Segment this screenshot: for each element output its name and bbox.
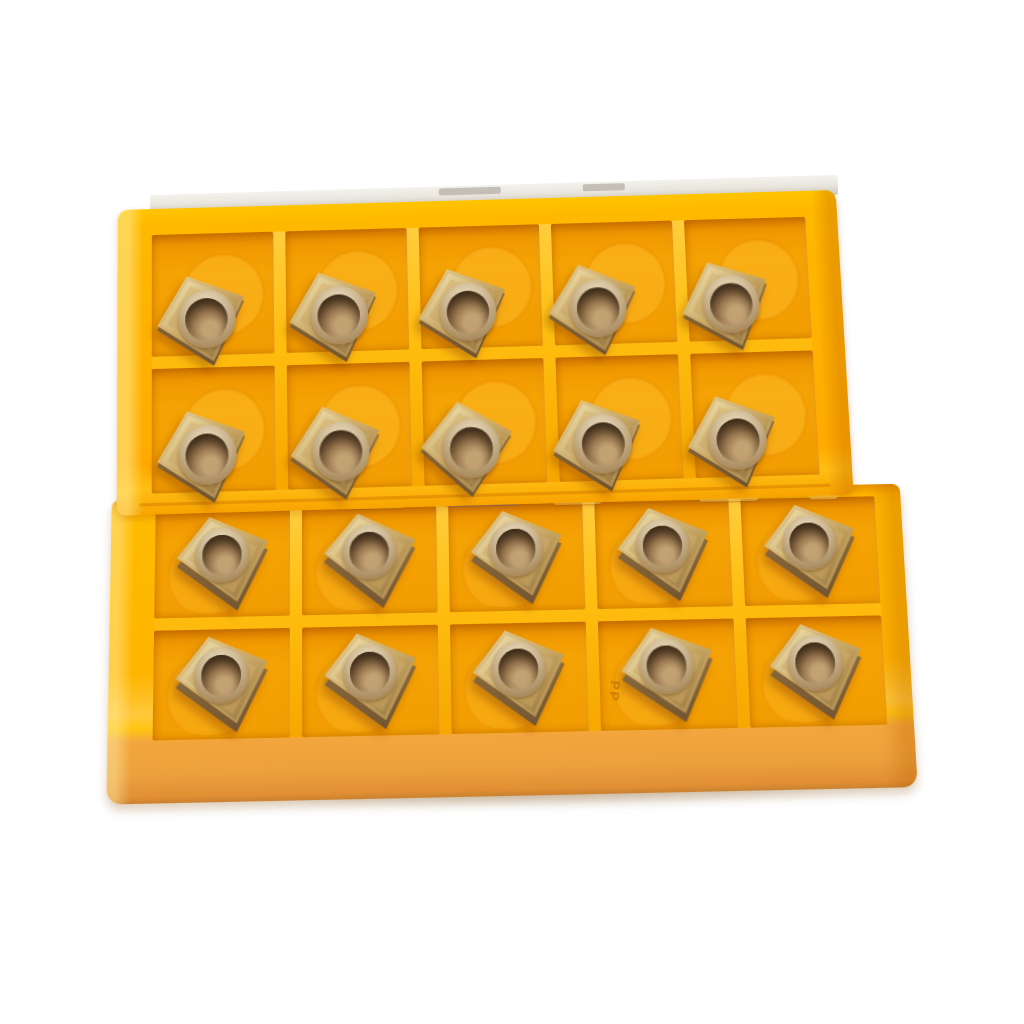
tray-compartment: [153, 628, 290, 741]
insert-bore: [577, 287, 620, 330]
insert-bore: [447, 424, 495, 473]
tray-compartment: [421, 358, 548, 486]
insert-bore: [349, 532, 390, 573]
insert-bore: [319, 430, 363, 475]
tray-compartment: [152, 232, 274, 357]
tray-compartment: [152, 366, 276, 494]
insert-bore: [201, 655, 242, 697]
carbide-insert: [766, 621, 867, 722]
material-marking: PP: [606, 680, 623, 704]
tray-compartment: [418, 224, 543, 349]
insert-bore: [498, 649, 539, 691]
carbide-insert: [289, 405, 380, 497]
carbide-insert: [617, 622, 719, 726]
carbide-insert: [470, 627, 568, 728]
carbide-insert: [321, 511, 418, 609]
insert-bore: [642, 526, 683, 567]
tray-compartment: [594, 499, 733, 609]
insert-bore: [446, 290, 490, 334]
scene: PP: [0, 0, 1024, 1024]
carbide-insert: [157, 409, 245, 501]
tray-compartment: [450, 622, 589, 734]
carbide-insert: [322, 630, 419, 731]
carbide-insert: [548, 264, 635, 352]
tray-compartment: [684, 217, 812, 342]
tray-compartment: [740, 496, 880, 606]
insert-bore: [645, 645, 688, 688]
insert-bore: [186, 433, 229, 478]
tray-compartment: [154, 508, 290, 618]
carbide-insert: [614, 505, 712, 604]
carbide-insert: [468, 508, 565, 607]
tray-top: [117, 190, 854, 516]
carbide-insert: [677, 257, 772, 351]
carbide-insert: [175, 514, 270, 613]
carbide-insert: [761, 502, 860, 601]
carbide-insert: [686, 394, 778, 486]
tray-compartment: [302, 505, 438, 615]
insert-hole: [310, 286, 368, 345]
insert-bore: [715, 418, 760, 463]
insert-hole: [439, 282, 498, 341]
carbide-insert: [289, 270, 377, 360]
tray-compartment: [287, 362, 412, 490]
lid-spine-segment: [439, 187, 501, 196]
insert-bore: [581, 422, 626, 467]
insert-bore: [350, 652, 391, 694]
insert-bore: [495, 529, 536, 570]
tray-compartment: [302, 625, 439, 738]
tray-compartment: [598, 618, 738, 730]
lid-spine-segment: [583, 183, 624, 191]
insert-bore: [186, 297, 229, 341]
insert-bore: [317, 294, 360, 338]
tray-compartment: [746, 615, 888, 727]
carbide-insert: [416, 397, 515, 497]
insert-bore: [788, 523, 830, 564]
insert-hole: [178, 425, 236, 486]
tray-grid: [152, 217, 820, 494]
insert-hole: [178, 290, 236, 349]
insert-hole: [569, 280, 626, 338]
tray-compartment: [448, 502, 585, 612]
tray-compartment: [551, 221, 677, 346]
tray-compartment: [690, 350, 819, 478]
tray-compartment: [285, 228, 409, 353]
carbide-insert: [552, 398, 643, 490]
insert-hole: [311, 422, 371, 483]
carbide-insert: [157, 274, 244, 364]
insert-bore: [202, 535, 242, 576]
tray-bottom: PP: [106, 484, 917, 805]
carbide-insert: [418, 267, 507, 357]
tray-compartment: [556, 354, 684, 482]
tray-grid: [153, 496, 888, 740]
insert-bore: [794, 642, 836, 684]
carbide-insert: [173, 633, 269, 734]
insert-bore: [708, 281, 755, 327]
